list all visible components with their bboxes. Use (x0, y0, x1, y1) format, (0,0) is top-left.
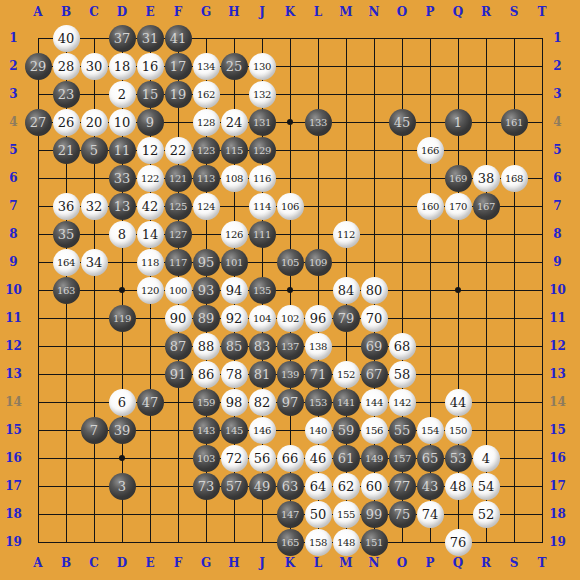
move-number: 102 (281, 312, 299, 323)
move-number: 91 (170, 366, 187, 381)
stone-L11[interactable]: 96 (305, 305, 332, 332)
move-number: 163 (57, 284, 75, 295)
move-number: 160 (421, 200, 439, 211)
stone-D2[interactable]: 18 (109, 53, 136, 80)
stone-P7[interactable]: 160 (417, 193, 444, 220)
row-label-left-3: 3 (0, 87, 27, 101)
stone-J10[interactable]: 135 (249, 277, 276, 304)
move-number: 140 (309, 424, 327, 435)
move-number: 82 (254, 394, 271, 409)
stone-A2[interactable]: 29 (25, 53, 52, 80)
column-label-bottom-L: L (309, 556, 327, 570)
stone-L14[interactable]: 153 (305, 389, 332, 416)
stone-K18[interactable]: 147 (277, 501, 304, 528)
move-number: 7 (90, 422, 98, 437)
move-number: 148 (337, 536, 355, 547)
move-number: 33 (114, 170, 131, 185)
stone-G13[interactable]: 86 (193, 361, 220, 388)
move-number: 31 (142, 30, 159, 45)
stone-N14[interactable]: 144 (361, 389, 388, 416)
row-label-right-5: 5 (544, 143, 571, 157)
move-number: 113 (197, 172, 215, 183)
stone-E7[interactable]: 42 (137, 193, 164, 220)
stone-N13[interactable]: 67 (361, 361, 388, 388)
column-label-top-C: C (85, 5, 103, 19)
move-number: 166 (421, 144, 439, 155)
stone-H11[interactable]: 92 (221, 305, 248, 332)
stone-L19[interactable]: 158 (305, 529, 332, 556)
stone-N10[interactable]: 80 (361, 277, 388, 304)
column-label-top-N: N (365, 5, 383, 19)
stone-K19[interactable]: 165 (277, 529, 304, 556)
stone-R6[interactable]: 38 (473, 165, 500, 192)
move-number: 42 (142, 198, 159, 213)
stone-N18[interactable]: 99 (361, 501, 388, 528)
move-number: 139 (281, 368, 299, 379)
stone-K14[interactable]: 97 (277, 389, 304, 416)
stone-G15[interactable]: 143 (193, 417, 220, 444)
stone-F13[interactable]: 91 (165, 361, 192, 388)
move-number: 81 (254, 366, 271, 381)
column-label-bottom-F: F (169, 556, 187, 570)
stone-F12[interactable]: 87 (165, 333, 192, 360)
stone-F11[interactable]: 90 (165, 305, 192, 332)
stone-G12[interactable]: 88 (193, 333, 220, 360)
move-number: 38 (478, 170, 495, 185)
stone-J6[interactable]: 116 (249, 165, 276, 192)
move-number: 75 (394, 506, 411, 521)
row-label-left-4: 4 (0, 115, 27, 129)
move-number: 48 (450, 478, 467, 493)
move-number: 157 (393, 452, 411, 463)
move-number: 134 (197, 60, 215, 71)
move-number: 97 (282, 394, 299, 409)
column-label-bottom-R: R (477, 556, 495, 570)
stone-H8[interactable]: 126 (221, 221, 248, 248)
move-number: 135 (253, 284, 271, 295)
stone-M18[interactable]: 155 (333, 501, 360, 528)
stone-J7[interactable]: 114 (249, 193, 276, 220)
stone-E5[interactable]: 12 (137, 137, 164, 164)
stone-O18[interactable]: 75 (389, 501, 416, 528)
row-label-right-9: 9 (544, 255, 571, 269)
stone-O13[interactable]: 58 (389, 361, 416, 388)
stone-L13[interactable]: 71 (305, 361, 332, 388)
stone-J15[interactable]: 146 (249, 417, 276, 444)
stone-H17[interactable]: 57 (221, 473, 248, 500)
stone-D1[interactable]: 37 (109, 25, 136, 52)
stone-Q17[interactable]: 48 (445, 473, 472, 500)
go-board[interactable]: AABBCCDDEEFFGGHHJJKKLLMMNNOOPPQQRRSSTT11… (0, 0, 580, 580)
move-number: 8 (118, 226, 126, 241)
stone-J14[interactable]: 82 (249, 389, 276, 416)
stone-D6[interactable]: 33 (109, 165, 136, 192)
stone-H4[interactable]: 24 (221, 109, 248, 136)
stone-E1[interactable]: 31 (137, 25, 164, 52)
stone-E2[interactable]: 16 (137, 53, 164, 80)
move-number: 39 (114, 422, 131, 437)
stone-D11[interactable]: 119 (109, 305, 136, 332)
stone-F8[interactable]: 127 (165, 221, 192, 248)
column-label-bottom-H: H (225, 556, 243, 570)
stone-B3[interactable]: 23 (53, 81, 80, 108)
move-number: 45 (394, 114, 411, 129)
stone-J13[interactable]: 81 (249, 361, 276, 388)
stone-G10[interactable]: 93 (193, 277, 220, 304)
stone-J11[interactable]: 104 (249, 305, 276, 332)
stone-K17[interactable]: 63 (277, 473, 304, 500)
stone-P16[interactable]: 65 (417, 445, 444, 472)
stone-G5[interactable]: 123 (193, 137, 220, 164)
move-number: 1 (454, 114, 462, 129)
move-number: 126 (225, 228, 243, 239)
stone-D3[interactable]: 2 (109, 81, 136, 108)
stone-C5[interactable]: 5 (81, 137, 108, 164)
stone-S4[interactable]: 161 (501, 109, 528, 136)
column-label-top-D: D (113, 5, 131, 19)
move-number: 52 (478, 506, 495, 521)
stone-R16[interactable]: 4 (473, 445, 500, 472)
stone-H12[interactable]: 85 (221, 333, 248, 360)
stone-S6[interactable]: 168 (501, 165, 528, 192)
stone-K9[interactable]: 105 (277, 249, 304, 276)
stone-E6[interactable]: 122 (137, 165, 164, 192)
row-label-left-9: 9 (0, 255, 27, 269)
stone-M16[interactable]: 61 (333, 445, 360, 472)
stone-J4[interactable]: 131 (249, 109, 276, 136)
row-label-left-1: 1 (0, 31, 27, 45)
move-number: 169 (449, 172, 467, 183)
column-label-bottom-Q: Q (449, 556, 467, 570)
stone-M10[interactable]: 84 (333, 277, 360, 304)
stone-E4[interactable]: 9 (137, 109, 164, 136)
move-number: 54 (478, 478, 495, 493)
stone-E10[interactable]: 120 (137, 277, 164, 304)
stone-F5[interactable]: 22 (165, 137, 192, 164)
stone-H14[interactable]: 98 (221, 389, 248, 416)
stone-O16[interactable]: 157 (389, 445, 416, 472)
row-label-right-19: 19 (544, 535, 571, 549)
stone-P15[interactable]: 154 (417, 417, 444, 444)
stone-H5[interactable]: 115 (221, 137, 248, 164)
stone-M8[interactable]: 112 (333, 221, 360, 248)
stone-M19[interactable]: 148 (333, 529, 360, 556)
move-number: 146 (253, 424, 271, 435)
stone-E8[interactable]: 14 (137, 221, 164, 248)
move-number: 6 (118, 394, 126, 409)
stone-P18[interactable]: 74 (417, 501, 444, 528)
move-number: 23 (58, 86, 75, 101)
stone-L16[interactable]: 46 (305, 445, 332, 472)
stone-E9[interactable]: 118 (137, 249, 164, 276)
row-label-left-7: 7 (0, 199, 27, 213)
stone-N17[interactable]: 60 (361, 473, 388, 500)
move-number: 57 (226, 478, 243, 493)
stone-Q16[interactable]: 53 (445, 445, 472, 472)
stone-O12[interactable]: 68 (389, 333, 416, 360)
row-label-right-8: 8 (544, 227, 571, 241)
stone-N19[interactable]: 151 (361, 529, 388, 556)
stone-F1[interactable]: 41 (165, 25, 192, 52)
stone-H16[interactable]: 72 (221, 445, 248, 472)
stone-L12[interactable]: 138 (305, 333, 332, 360)
move-number: 67 (366, 366, 383, 381)
stone-G16[interactable]: 103 (193, 445, 220, 472)
move-number: 16 (142, 58, 159, 73)
move-number: 74 (422, 506, 439, 521)
row-label-right-15: 15 (544, 423, 571, 437)
stone-K13[interactable]: 139 (277, 361, 304, 388)
column-label-bottom-J: J (253, 556, 271, 570)
stone-C9[interactable]: 34 (81, 249, 108, 276)
stone-G9[interactable]: 95 (193, 249, 220, 276)
stone-H6[interactable]: 108 (221, 165, 248, 192)
stone-C2[interactable]: 30 (81, 53, 108, 80)
column-label-top-E: E (141, 5, 159, 19)
stone-F6[interactable]: 121 (165, 165, 192, 192)
column-label-top-S: S (505, 5, 523, 19)
move-number: 20 (86, 114, 103, 129)
move-number: 94 (226, 282, 243, 297)
stone-D14[interactable]: 6 (109, 389, 136, 416)
stone-D5[interactable]: 11 (109, 137, 136, 164)
stone-G3[interactable]: 162 (193, 81, 220, 108)
move-number: 69 (366, 338, 383, 353)
stone-O14[interactable]: 142 (389, 389, 416, 416)
move-number: 129 (253, 144, 271, 155)
row-label-left-17: 17 (0, 479, 27, 493)
row-label-right-7: 7 (544, 199, 571, 213)
move-number: 106 (281, 200, 299, 211)
stone-A4[interactable]: 27 (25, 109, 52, 136)
stone-F3[interactable]: 19 (165, 81, 192, 108)
stone-K12[interactable]: 137 (277, 333, 304, 360)
stone-Q7[interactable]: 170 (445, 193, 472, 220)
stone-L15[interactable]: 140 (305, 417, 332, 444)
move-number: 131 (253, 116, 271, 127)
stone-M13[interactable]: 152 (333, 361, 360, 388)
column-label-top-B: B (57, 5, 75, 19)
row-label-right-1: 1 (544, 31, 571, 45)
stone-C15[interactable]: 7 (81, 417, 108, 444)
stone-M14[interactable]: 141 (333, 389, 360, 416)
stone-B5[interactable]: 21 (53, 137, 80, 164)
move-number: 147 (281, 508, 299, 519)
stone-Q19[interactable]: 76 (445, 529, 472, 556)
stone-C4[interactable]: 20 (81, 109, 108, 136)
stone-B10[interactable]: 163 (53, 277, 80, 304)
stone-D7[interactable]: 13 (109, 193, 136, 220)
stone-G2[interactable]: 134 (193, 53, 220, 80)
stone-Q4[interactable]: 1 (445, 109, 472, 136)
stone-E3[interactable]: 15 (137, 81, 164, 108)
row-label-left-2: 2 (0, 59, 27, 73)
stone-B7[interactable]: 36 (53, 193, 80, 220)
column-label-bottom-D: D (113, 556, 131, 570)
stone-R18[interactable]: 52 (473, 501, 500, 528)
stone-H13[interactable]: 78 (221, 361, 248, 388)
star-point (287, 119, 293, 125)
stone-H15[interactable]: 145 (221, 417, 248, 444)
column-label-bottom-E: E (141, 556, 159, 570)
stone-Q6[interactable]: 169 (445, 165, 472, 192)
stone-D15[interactable]: 39 (109, 417, 136, 444)
move-number: 12 (142, 142, 159, 157)
stone-Q15[interactable]: 150 (445, 417, 472, 444)
move-number: 121 (169, 172, 187, 183)
move-number: 3 (118, 478, 126, 493)
row-label-right-11: 11 (544, 311, 571, 325)
row-label-right-17: 17 (544, 479, 571, 493)
move-number: 141 (337, 396, 355, 407)
stone-M11[interactable]: 79 (333, 305, 360, 332)
stone-F2[interactable]: 17 (165, 53, 192, 80)
stone-J17[interactable]: 49 (249, 473, 276, 500)
stone-B9[interactable]: 164 (53, 249, 80, 276)
move-number: 34 (86, 254, 103, 269)
stone-N11[interactable]: 70 (361, 305, 388, 332)
stone-H9[interactable]: 101 (221, 249, 248, 276)
stone-J16[interactable]: 56 (249, 445, 276, 472)
move-number: 56 (254, 450, 271, 465)
move-number: 114 (253, 200, 271, 211)
move-number: 159 (197, 396, 215, 407)
move-number: 77 (394, 478, 411, 493)
stone-G7[interactable]: 124 (193, 193, 220, 220)
move-number: 164 (57, 256, 75, 267)
stone-J3[interactable]: 132 (249, 81, 276, 108)
column-label-top-A: A (29, 5, 47, 19)
move-number: 35 (58, 226, 75, 241)
stone-R7[interactable]: 167 (473, 193, 500, 220)
move-number: 2 (118, 86, 126, 101)
stone-J2[interactable]: 130 (249, 53, 276, 80)
stone-M15[interactable]: 59 (333, 417, 360, 444)
move-number: 125 (169, 200, 187, 211)
stone-F10[interactable]: 100 (165, 277, 192, 304)
move-number: 119 (113, 312, 131, 323)
stone-K11[interactable]: 102 (277, 305, 304, 332)
row-label-left-16: 16 (0, 451, 27, 465)
stone-G4[interactable]: 128 (193, 109, 220, 136)
stone-B1[interactable]: 40 (53, 25, 80, 52)
stone-D4[interactable]: 10 (109, 109, 136, 136)
column-label-bottom-G: G (197, 556, 215, 570)
stone-B8[interactable]: 35 (53, 221, 80, 248)
stone-D8[interactable]: 8 (109, 221, 136, 248)
move-number: 76 (450, 534, 467, 549)
move-number: 155 (337, 508, 355, 519)
stone-L18[interactable]: 50 (305, 501, 332, 528)
column-label-top-T: T (533, 5, 551, 19)
stone-J8[interactable]: 111 (249, 221, 276, 248)
stone-G14[interactable]: 159 (193, 389, 220, 416)
stone-H10[interactable]: 94 (221, 277, 248, 304)
move-number: 108 (225, 172, 243, 183)
move-number: 73 (198, 478, 215, 493)
move-number: 61 (338, 450, 355, 465)
stone-J5[interactable]: 129 (249, 137, 276, 164)
move-number: 127 (169, 228, 187, 239)
move-number: 58 (394, 366, 411, 381)
stone-N16[interactable]: 149 (361, 445, 388, 472)
move-number: 137 (281, 340, 299, 351)
move-number: 53 (450, 450, 467, 465)
move-number: 167 (477, 200, 495, 211)
move-number: 117 (169, 256, 187, 267)
column-label-bottom-K: K (281, 556, 299, 570)
stone-L17[interactable]: 64 (305, 473, 332, 500)
move-number: 128 (197, 116, 215, 127)
stone-R17[interactable]: 54 (473, 473, 500, 500)
move-number: 62 (338, 478, 355, 493)
move-number: 109 (309, 256, 327, 267)
stone-D17[interactable]: 3 (109, 473, 136, 500)
move-number: 98 (226, 394, 243, 409)
move-number: 44 (450, 394, 467, 409)
stone-C7[interactable]: 32 (81, 193, 108, 220)
move-number: 78 (226, 366, 243, 381)
stone-O15[interactable]: 55 (389, 417, 416, 444)
stone-E14[interactable]: 47 (137, 389, 164, 416)
move-number: 79 (338, 310, 355, 325)
move-number: 50 (310, 506, 327, 521)
stone-N15[interactable]: 156 (361, 417, 388, 444)
column-label-bottom-N: N (365, 556, 383, 570)
stone-O4[interactable]: 45 (389, 109, 416, 136)
stone-J12[interactable]: 83 (249, 333, 276, 360)
stone-P5[interactable]: 166 (417, 137, 444, 164)
move-number: 89 (198, 310, 215, 325)
stone-K7[interactable]: 106 (277, 193, 304, 220)
move-number: 84 (338, 282, 355, 297)
move-number: 144 (365, 396, 383, 407)
move-number: 168 (505, 172, 523, 183)
move-number: 14 (142, 226, 159, 241)
stone-F9[interactable]: 117 (165, 249, 192, 276)
stone-Q14[interactable]: 44 (445, 389, 472, 416)
stone-K16[interactable]: 66 (277, 445, 304, 472)
move-number: 156 (365, 424, 383, 435)
grid-line-vertical (542, 38, 543, 543)
move-number: 124 (197, 200, 215, 211)
move-number: 68 (394, 338, 411, 353)
stone-L9[interactable]: 109 (305, 249, 332, 276)
move-number: 71 (310, 366, 327, 381)
row-label-left-13: 13 (0, 367, 27, 381)
stone-B2[interactable]: 28 (53, 53, 80, 80)
move-number: 32 (86, 198, 103, 213)
move-number: 130 (253, 60, 271, 71)
stone-G11[interactable]: 89 (193, 305, 220, 332)
stone-M17[interactable]: 62 (333, 473, 360, 500)
column-label-top-K: K (281, 5, 299, 19)
stone-B4[interactable]: 26 (53, 109, 80, 136)
stone-P17[interactable]: 43 (417, 473, 444, 500)
stone-G6[interactable]: 113 (193, 165, 220, 192)
star-point (455, 287, 461, 293)
stone-G17[interactable]: 73 (193, 473, 220, 500)
stone-F7[interactable]: 125 (165, 193, 192, 220)
stone-H2[interactable]: 25 (221, 53, 248, 80)
move-number: 115 (225, 144, 243, 155)
move-number: 70 (366, 310, 383, 325)
move-number: 88 (198, 338, 215, 353)
row-label-right-6: 6 (544, 171, 571, 185)
stone-O17[interactable]: 77 (389, 473, 416, 500)
stone-N12[interactable]: 69 (361, 333, 388, 360)
stone-L4[interactable]: 133 (305, 109, 332, 136)
